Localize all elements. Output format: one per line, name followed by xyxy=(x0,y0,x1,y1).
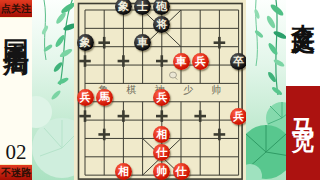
piece-red-soldier[interactable]: 兵 xyxy=(230,108,246,125)
piece-black-soldier[interactable]: 卒 xyxy=(230,53,246,70)
doodle-icon xyxy=(170,72,178,80)
piece-red-horse[interactable]: 馬 xyxy=(96,89,113,106)
point-marker xyxy=(81,57,90,66)
episode-number: 02 xyxy=(0,140,32,165)
willow-decoration-right xyxy=(246,0,286,180)
point-marker xyxy=(157,57,166,66)
piece-black-advisor[interactable]: 士 xyxy=(134,0,151,15)
point-marker xyxy=(100,130,109,139)
piece-black-elephant[interactable]: 象 xyxy=(77,34,94,51)
player-name-bottom-panel: 马宽 xyxy=(286,86,320,180)
piece-red-general[interactable]: 帅 xyxy=(153,163,170,180)
point-marker xyxy=(119,112,128,121)
piece-red-soldier[interactable]: 兵 xyxy=(77,89,94,106)
subscribe-badge[interactable]: 不迷路 xyxy=(0,164,32,180)
player-name-top-panel: 李义庭 xyxy=(286,0,320,86)
thumbnail-root: { "game": "xiangqi", "position": { "fen_… xyxy=(0,0,320,180)
willow-left-art xyxy=(32,0,74,180)
piece-red-chariot[interactable]: 車 xyxy=(173,53,190,70)
piece-red-soldier[interactable]: 兵 xyxy=(192,53,209,70)
follow-badge[interactable]: 点关注 xyxy=(0,0,32,18)
point-marker xyxy=(157,112,166,121)
left-text-panel: 点关注 国手名局 02 不迷路 xyxy=(0,0,32,180)
point-marker xyxy=(215,38,224,47)
piece-red-advisor[interactable]: 仕 xyxy=(173,163,190,180)
player-name-bottom: 马宽 xyxy=(288,100,319,118)
point-marker xyxy=(81,112,90,121)
piece-red-elephant[interactable]: 相 xyxy=(115,163,132,180)
willow-right-art xyxy=(246,0,286,180)
point-marker xyxy=(119,57,128,66)
point-marker xyxy=(100,38,109,47)
series-title: 国手名局 xyxy=(0,19,34,35)
willow-decoration-left xyxy=(32,0,74,180)
point-marker xyxy=(196,112,205,121)
point-marker xyxy=(215,130,224,139)
xiangqi-board[interactable]: 象棋神少帅 象士砲将象車車兵卒兵馬兵兵相仕相帅仕 xyxy=(74,0,246,180)
piece-black-elephant[interactable]: 象 xyxy=(115,0,132,15)
player-name-top: 李义庭 xyxy=(287,4,319,13)
